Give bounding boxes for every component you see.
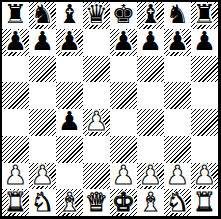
- square-d5[interactable]: [83, 82, 110, 109]
- piece-black-knight: ♞: [31, 1, 54, 27]
- square-a6[interactable]: [2, 56, 29, 83]
- piece-white-queen: ♛: [85, 189, 108, 215]
- square-c1[interactable]: ♝: [56, 189, 83, 216]
- square-c8[interactable]: ♝: [56, 2, 83, 29]
- square-c6[interactable]: [56, 56, 83, 83]
- piece-black-pawn: ♟: [58, 108, 81, 134]
- piece-black-pawn: ♟: [58, 28, 81, 54]
- square-b7[interactable]: ♟: [29, 29, 56, 56]
- piece-black-pawn: ♟: [139, 28, 162, 54]
- square-g1[interactable]: ♞: [164, 189, 191, 216]
- square-f5[interactable]: [137, 82, 164, 109]
- square-a5[interactable]: [2, 82, 29, 109]
- piece-black-pawn: ♟: [4, 28, 27, 54]
- square-e8[interactable]: ♚: [110, 2, 137, 29]
- square-d6[interactable]: [83, 56, 110, 83]
- square-f8[interactable]: ♝: [137, 2, 164, 29]
- square-h1[interactable]: ♜: [191, 189, 218, 216]
- square-c3[interactable]: [56, 136, 83, 163]
- piece-white-knight: ♞: [31, 189, 54, 215]
- square-f7[interactable]: ♟: [137, 29, 164, 56]
- square-e5[interactable]: [110, 82, 137, 109]
- piece-black-queen: ♛: [85, 1, 108, 27]
- piece-white-bishop: ♝: [58, 189, 81, 215]
- square-d4[interactable]: ♟: [83, 109, 110, 136]
- square-a8[interactable]: ♜: [2, 2, 29, 29]
- square-h6[interactable]: [191, 56, 218, 83]
- square-f1[interactable]: ♝: [137, 189, 164, 216]
- square-d8[interactable]: ♛: [83, 2, 110, 29]
- square-g5[interactable]: [164, 82, 191, 109]
- square-f3[interactable]: [137, 136, 164, 163]
- piece-white-rook: ♜: [193, 189, 216, 215]
- square-b3[interactable]: [29, 136, 56, 163]
- square-e6[interactable]: [110, 56, 137, 83]
- piece-white-pawn: ♟: [166, 162, 189, 188]
- piece-black-pawn: ♟: [166, 28, 189, 54]
- piece-white-pawn: ♟: [193, 162, 216, 188]
- piece-black-rook: ♜: [193, 1, 216, 27]
- square-h5[interactable]: [191, 82, 218, 109]
- square-f4[interactable]: [137, 109, 164, 136]
- piece-white-bishop: ♝: [139, 189, 162, 215]
- square-d3[interactable]: [83, 136, 110, 163]
- square-e7[interactable]: ♟: [110, 29, 137, 56]
- square-d7[interactable]: [83, 29, 110, 56]
- square-b8[interactable]: ♞: [29, 2, 56, 29]
- square-f2[interactable]: ♟: [137, 163, 164, 190]
- piece-white-pawn: ♟: [31, 162, 54, 188]
- piece-white-rook: ♜: [4, 189, 27, 215]
- square-e1[interactable]: ♚: [110, 189, 137, 216]
- square-c2[interactable]: [56, 163, 83, 190]
- square-g8[interactable]: ♞: [164, 2, 191, 29]
- square-a3[interactable]: [2, 136, 29, 163]
- square-e2[interactable]: ♟: [110, 163, 137, 190]
- square-h7[interactable]: ♟: [191, 29, 218, 56]
- square-b4[interactable]: [29, 109, 56, 136]
- piece-black-knight: ♞: [166, 1, 189, 27]
- piece-black-bishop: ♝: [58, 1, 81, 27]
- square-h2[interactable]: ♟: [191, 163, 218, 190]
- piece-white-pawn: ♟: [4, 162, 27, 188]
- square-b5[interactable]: [29, 82, 56, 109]
- square-g7[interactable]: ♟: [164, 29, 191, 56]
- piece-white-pawn: ♟: [85, 108, 108, 134]
- square-b2[interactable]: ♟: [29, 163, 56, 190]
- square-c5[interactable]: [56, 82, 83, 109]
- square-e3[interactable]: [110, 136, 137, 163]
- piece-black-king: ♚: [112, 1, 135, 27]
- square-a2[interactable]: ♟: [2, 163, 29, 190]
- chess-board: ♜♞♝♛♚♝♞♜♟♟♟♟♟♟♟♟♟♟♟♟♟♟♟♜♞♝♛♚♝♞♜: [0, 0, 221, 219]
- square-g4[interactable]: [164, 109, 191, 136]
- piece-white-king: ♚: [112, 189, 135, 215]
- square-b6[interactable]: [29, 56, 56, 83]
- square-a7[interactable]: ♟: [2, 29, 29, 56]
- square-a4[interactable]: [2, 109, 29, 136]
- piece-white-knight: ♞: [166, 189, 189, 215]
- piece-black-pawn: ♟: [193, 28, 216, 54]
- piece-black-pawn: ♟: [31, 28, 54, 54]
- square-g2[interactable]: ♟: [164, 163, 191, 190]
- square-h4[interactable]: [191, 109, 218, 136]
- piece-black-pawn: ♟: [112, 28, 135, 54]
- square-h8[interactable]: ♜: [191, 2, 218, 29]
- square-f6[interactable]: [137, 56, 164, 83]
- piece-white-pawn: ♟: [139, 162, 162, 188]
- square-d1[interactable]: ♛: [83, 189, 110, 216]
- square-g6[interactable]: [164, 56, 191, 83]
- square-c7[interactable]: ♟: [56, 29, 83, 56]
- piece-black-bishop: ♝: [139, 1, 162, 27]
- piece-black-rook: ♜: [4, 1, 27, 27]
- square-c4[interactable]: ♟: [56, 109, 83, 136]
- square-e4[interactable]: [110, 109, 137, 136]
- square-d2[interactable]: [83, 163, 110, 190]
- square-g3[interactable]: [164, 136, 191, 163]
- square-b1[interactable]: ♞: [29, 189, 56, 216]
- square-a1[interactable]: ♜: [2, 189, 29, 216]
- square-h3[interactable]: [191, 136, 218, 163]
- piece-white-pawn: ♟: [112, 162, 135, 188]
